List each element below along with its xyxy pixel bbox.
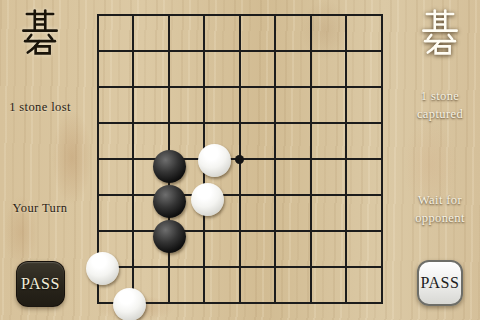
black-stone	[153, 220, 186, 253]
grid-line-horizontal	[97, 194, 383, 196]
go-app-screen: 碁 1 stone lost Your Turn 碁	[0, 0, 480, 320]
grid-line-vertical	[310, 14, 312, 304]
black-pass-button[interactable]: PASS	[16, 261, 65, 307]
white-stone	[113, 288, 146, 320]
black-stone	[153, 185, 186, 218]
grid-line-horizontal	[97, 230, 383, 232]
grid-line-vertical	[345, 14, 347, 304]
white-stone	[191, 183, 224, 216]
go-board[interactable]	[0, 0, 480, 320]
white-stone	[198, 144, 231, 177]
grid-line-horizontal	[97, 266, 383, 268]
grid-line-vertical	[274, 14, 276, 304]
white-stone	[86, 252, 119, 285]
white-pass-button[interactable]: PASS	[417, 260, 463, 306]
black-stone	[153, 150, 186, 183]
star-point	[235, 155, 244, 164]
grid-line-vertical	[381, 14, 383, 304]
